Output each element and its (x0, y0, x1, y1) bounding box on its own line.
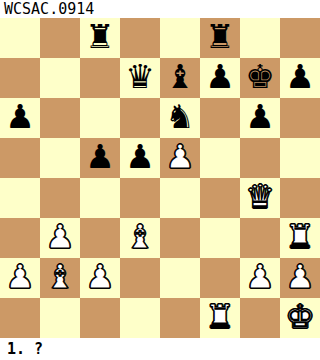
white-pawn: ♟ (5, 258, 35, 297)
square-d3[interactable]: ♝ (120, 218, 160, 258)
square-b7[interactable] (40, 58, 80, 98)
square-a6[interactable]: ♟ (0, 98, 40, 138)
square-c5[interactable]: ♟ (80, 138, 120, 178)
black-bishop: ♝ (165, 58, 195, 97)
square-h5[interactable] (280, 138, 320, 178)
white-rook: ♜ (285, 218, 315, 257)
black-pawn: ♟ (85, 138, 115, 177)
square-g8[interactable] (240, 18, 280, 58)
move-prompt: 1. ? (7, 340, 43, 358)
square-f3[interactable] (200, 218, 240, 258)
square-f1[interactable]: ♜ (200, 298, 240, 338)
white-pawn: ♟ (285, 258, 315, 297)
square-a1[interactable] (0, 298, 40, 338)
square-b2[interactable]: ♝ (40, 258, 80, 298)
square-h6[interactable] (280, 98, 320, 138)
square-g7[interactable]: ♚ (240, 58, 280, 98)
square-g2[interactable]: ♟ (240, 258, 280, 298)
puzzle-title: WCSAC.0914 (4, 0, 94, 18)
square-h4[interactable] (280, 178, 320, 218)
white-pawn: ♟ (245, 258, 275, 297)
white-bishop: ♝ (125, 218, 155, 257)
square-c4[interactable] (80, 178, 120, 218)
white-rook: ♜ (205, 298, 235, 337)
square-f7[interactable]: ♟ (200, 58, 240, 98)
square-c3[interactable] (80, 218, 120, 258)
square-g3[interactable] (240, 218, 280, 258)
square-b3[interactable]: ♟ (40, 218, 80, 258)
square-e2[interactable] (160, 258, 200, 298)
square-b8[interactable] (40, 18, 80, 58)
square-d6[interactable] (120, 98, 160, 138)
square-g6[interactable]: ♟ (240, 98, 280, 138)
square-d8[interactable] (120, 18, 160, 58)
square-f4[interactable] (200, 178, 240, 218)
square-d5[interactable]: ♟ (120, 138, 160, 178)
square-c8[interactable]: ♜ (80, 18, 120, 58)
black-knight: ♞ (165, 98, 195, 137)
white-pawn: ♟ (45, 218, 75, 257)
chess-board: ♜♜♛♝♟♚♟♟♞♟♟♟♟♛♟♝♜♟♝♟♟♟♜♚ (0, 18, 320, 338)
square-g5[interactable] (240, 138, 280, 178)
square-f8[interactable]: ♜ (200, 18, 240, 58)
square-e6[interactable]: ♞ (160, 98, 200, 138)
square-c6[interactable] (80, 98, 120, 138)
square-f5[interactable] (200, 138, 240, 178)
square-a5[interactable] (0, 138, 40, 178)
square-b1[interactable] (40, 298, 80, 338)
square-a2[interactable]: ♟ (0, 258, 40, 298)
square-g4[interactable]: ♛ (240, 178, 280, 218)
square-c7[interactable] (80, 58, 120, 98)
white-queen: ♛ (245, 178, 275, 217)
square-f2[interactable] (200, 258, 240, 298)
square-c2[interactable]: ♟ (80, 258, 120, 298)
square-d4[interactable] (120, 178, 160, 218)
square-b6[interactable] (40, 98, 80, 138)
square-d7[interactable]: ♛ (120, 58, 160, 98)
square-e7[interactable]: ♝ (160, 58, 200, 98)
black-king: ♚ (245, 58, 275, 97)
square-a3[interactable] (0, 218, 40, 258)
black-pawn: ♟ (125, 138, 155, 177)
square-e3[interactable] (160, 218, 200, 258)
square-a8[interactable] (0, 18, 40, 58)
square-f6[interactable] (200, 98, 240, 138)
white-king: ♚ (285, 298, 315, 337)
black-pawn: ♟ (5, 98, 35, 137)
white-pawn: ♟ (85, 258, 115, 297)
square-d2[interactable] (120, 258, 160, 298)
square-g1[interactable] (240, 298, 280, 338)
square-e4[interactable] (160, 178, 200, 218)
square-b4[interactable] (40, 178, 80, 218)
square-a4[interactable] (0, 178, 40, 218)
white-pawn: ♟ (165, 138, 195, 177)
square-d1[interactable] (120, 298, 160, 338)
square-e5[interactable]: ♟ (160, 138, 200, 178)
black-pawn: ♟ (245, 98, 275, 137)
square-b5[interactable] (40, 138, 80, 178)
square-a7[interactable] (0, 58, 40, 98)
square-e8[interactable] (160, 18, 200, 58)
white-bishop: ♝ (45, 258, 75, 297)
square-h1[interactable]: ♚ (280, 298, 320, 338)
square-h3[interactable]: ♜ (280, 218, 320, 258)
square-h7[interactable]: ♟ (280, 58, 320, 98)
square-e1[interactable] (160, 298, 200, 338)
black-rook: ♜ (205, 18, 235, 57)
square-c1[interactable] (80, 298, 120, 338)
black-queen: ♛ (125, 58, 155, 97)
black-pawn: ♟ (205, 58, 235, 97)
black-rook: ♜ (85, 18, 115, 57)
square-h8[interactable] (280, 18, 320, 58)
square-h2[interactable]: ♟ (280, 258, 320, 298)
black-pawn: ♟ (285, 58, 315, 97)
